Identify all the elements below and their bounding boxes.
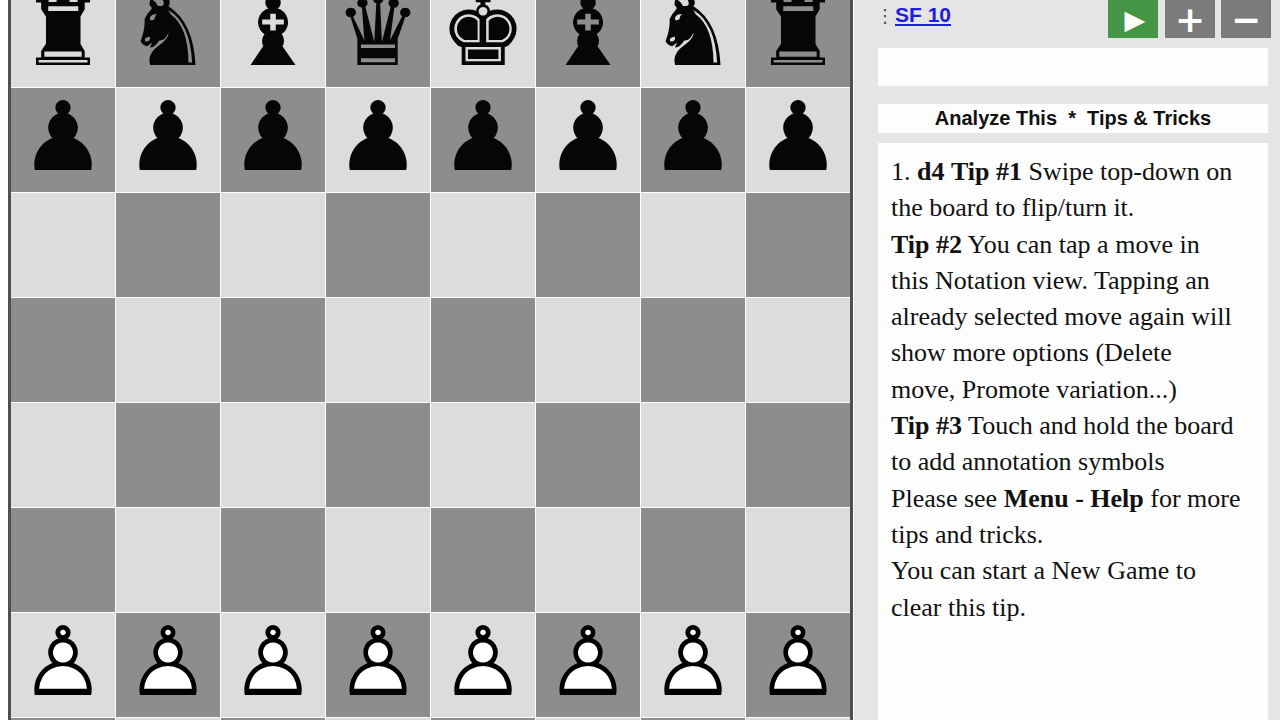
square-g5[interactable] <box>641 298 745 402</box>
piece-white-pawn-g2[interactable]: ♟♙ <box>641 613 745 717</box>
notation-line: to add annotation symbols <box>891 444 1255 480</box>
piece-black-rook-h8[interactable]: ♜ <box>746 0 850 87</box>
square-f2[interactable]: ♟♙ <box>536 613 640 717</box>
piece-black-pawn-g7[interactable]: ♟ <box>641 88 745 192</box>
move-1-d4[interactable]: d4 <box>917 157 944 186</box>
square-d6[interactable] <box>326 193 430 297</box>
square-c5[interactable] <box>221 298 325 402</box>
piece-glyph: ♟ <box>11 89 115 185</box>
notation-text: show more options (Delete <box>891 338 1172 367</box>
square-f8[interactable]: ♝ <box>536 0 640 87</box>
square-e5[interactable] <box>431 298 535 402</box>
notation-text: Touch and hold the board <box>962 411 1233 440</box>
piece-black-king-e8[interactable]: ♚ <box>431 0 535 87</box>
notation-line: show more options (Delete <box>891 335 1255 371</box>
notation-text: to add annotation symbols <box>891 447 1165 476</box>
piece-outline-glyph: ♙ <box>536 614 640 710</box>
square-a7[interactable]: ♟ <box>11 88 115 192</box>
piece-white-pawn-e2[interactable]: ♟♙ <box>431 613 535 717</box>
piece-outline-glyph: ♙ <box>746 614 850 710</box>
square-b4[interactable] <box>116 403 220 507</box>
piece-black-pawn-f7[interactable]: ♟ <box>536 88 640 192</box>
piece-white-pawn-c2[interactable]: ♟♙ <box>221 613 325 717</box>
square-e6[interactable] <box>431 193 535 297</box>
piece-outline-glyph: ♙ <box>431 614 535 710</box>
square-g7[interactable]: ♟ <box>641 88 745 192</box>
kebab-menu-icon[interactable]: ⋮ <box>876 5 894 27</box>
piece-black-bishop-f8[interactable]: ♝ <box>536 0 640 87</box>
piece-black-pawn-e7[interactable]: ♟ <box>431 88 535 192</box>
notation-line: tips and tricks. <box>891 517 1255 553</box>
square-d2[interactable]: ♟♙ <box>326 613 430 717</box>
piece-glyph: ♞ <box>116 0 220 80</box>
play-icon: ▶ <box>1125 4 1146 35</box>
chess-board[interactable]: ♜♞♝♛♚♝♞♜♟♟♟♟♟♟♟♟♟♙♟♙♟♙♟♙♟♙♟♙♟♙♟♙♜♖♞♘♝♗♛♕… <box>8 0 853 720</box>
square-h3[interactable] <box>746 508 850 612</box>
square-c8[interactable]: ♝ <box>221 0 325 87</box>
notation-text: 1. <box>891 157 917 186</box>
piece-white-pawn-f2[interactable]: ♟♙ <box>536 613 640 717</box>
square-c4[interactable] <box>221 403 325 507</box>
piece-outline-glyph: ♙ <box>641 614 745 710</box>
piece-glyph: ♟ <box>431 89 535 185</box>
minus-icon: − <box>1231 0 1261 40</box>
square-d7[interactable]: ♟ <box>326 88 430 192</box>
square-h7[interactable]: ♟ <box>746 88 850 192</box>
notation-text: Tip #2 <box>891 230 962 259</box>
piece-glyph: ♛ <box>326 0 430 80</box>
square-f3[interactable] <box>536 508 640 612</box>
square-e3[interactable] <box>431 508 535 612</box>
piece-white-pawn-b2[interactable]: ♟♙ <box>116 613 220 717</box>
notation-line: You can start a New Game to <box>891 553 1255 589</box>
square-a6[interactable] <box>11 193 115 297</box>
square-g8[interactable]: ♞ <box>641 0 745 87</box>
square-b8[interactable]: ♞ <box>116 0 220 87</box>
piece-glyph: ♚ <box>431 0 535 80</box>
square-g2[interactable]: ♟♙ <box>641 613 745 717</box>
square-e8[interactable]: ♚ <box>431 0 535 87</box>
notation-view[interactable]: 1. d4 Tip #1 Swipe top-down onthe board … <box>878 143 1268 720</box>
notation-text: this Notation view. Tapping an <box>891 266 1210 295</box>
piece-glyph: ♟ <box>326 89 430 185</box>
square-a8[interactable]: ♜ <box>11 0 115 87</box>
notation-text: for more <box>1144 484 1241 513</box>
piece-glyph: ♜ <box>746 0 850 80</box>
notation-text: Tip #1 <box>951 157 1022 186</box>
piece-white-pawn-a2[interactable]: ♟♙ <box>11 613 115 717</box>
piece-glyph: ♟ <box>746 89 850 185</box>
square-b2[interactable]: ♟♙ <box>116 613 220 717</box>
square-b3[interactable] <box>116 508 220 612</box>
notation-text: Menu - Help <box>1004 484 1144 513</box>
piece-outline-glyph: ♙ <box>221 614 325 710</box>
square-a3[interactable] <box>11 508 115 612</box>
square-f7[interactable]: ♟ <box>536 88 640 192</box>
notation-text: You can start a New Game to <box>891 556 1196 585</box>
square-b7[interactable]: ♟ <box>116 88 220 192</box>
piece-black-queen-d8[interactable]: ♛ <box>326 0 430 87</box>
square-b6[interactable] <box>116 193 220 297</box>
piece-glyph: ♟ <box>221 89 325 185</box>
notation-text: Please see <box>891 484 1004 513</box>
notation-line: 1. d4 Tip #1 Swipe top-down on <box>891 154 1255 190</box>
square-h8[interactable]: ♜ <box>746 0 850 87</box>
square-d8[interactable]: ♛ <box>326 0 430 87</box>
square-g4[interactable] <box>641 403 745 507</box>
square-c2[interactable]: ♟♙ <box>221 613 325 717</box>
notation-line: this Notation view. Tapping an <box>891 263 1255 299</box>
square-a4[interactable] <box>11 403 115 507</box>
panel-title: Analyze This * Tips & Tricks <box>878 104 1268 133</box>
notation-line: Tip #3 Touch and hold the board <box>891 408 1255 444</box>
increase-button[interactable]: + <box>1165 0 1215 38</box>
piece-glyph: ♝ <box>536 0 640 80</box>
notation-text: already selected move again will <box>891 302 1232 331</box>
square-e2[interactable]: ♟♙ <box>431 613 535 717</box>
square-e7[interactable]: ♟ <box>431 88 535 192</box>
square-h2[interactable]: ♟♙ <box>746 613 850 717</box>
piece-glyph: ♝ <box>221 0 325 80</box>
notation-text: You can tap a move in <box>962 230 1200 259</box>
square-h5[interactable] <box>746 298 850 402</box>
square-h4[interactable] <box>746 403 850 507</box>
square-d3[interactable] <box>326 508 430 612</box>
piece-white-pawn-h2[interactable]: ♟♙ <box>746 613 850 717</box>
piece-black-knight-g8[interactable]: ♞ <box>641 0 745 87</box>
piece-black-pawn-a7[interactable]: ♟ <box>11 88 115 192</box>
square-f5[interactable] <box>536 298 640 402</box>
piece-outline-glyph: ♙ <box>116 614 220 710</box>
piece-black-pawn-b7[interactable]: ♟ <box>116 88 220 192</box>
square-a5[interactable] <box>11 298 115 402</box>
piece-black-rook-a8[interactable]: ♜ <box>11 0 115 87</box>
square-d4[interactable] <box>326 403 430 507</box>
square-e4[interactable] <box>431 403 535 507</box>
square-g6[interactable] <box>641 193 745 297</box>
decrease-button[interactable]: − <box>1221 0 1271 38</box>
engine-output-box <box>878 48 1268 86</box>
play-engine-button[interactable]: ▶ <box>1108 0 1158 38</box>
square-h6[interactable] <box>746 193 850 297</box>
piece-glyph: ♟ <box>116 89 220 185</box>
piece-glyph: ♜ <box>11 0 115 80</box>
piece-black-pawn-h7[interactable]: ♟ <box>746 88 850 192</box>
piece-outline-glyph: ♙ <box>11 614 115 710</box>
square-d5[interactable] <box>326 298 430 402</box>
square-g3[interactable] <box>641 508 745 612</box>
square-f4[interactable] <box>536 403 640 507</box>
piece-glyph: ♞ <box>641 0 745 80</box>
piece-black-pawn-d7[interactable]: ♟ <box>326 88 430 192</box>
notation-text: Tip #3 <box>891 411 962 440</box>
notation-text: move, Promote variation...) <box>891 375 1177 404</box>
side-panel: ⋮ SF 10 ▶ + − Analyze This * Tips & Tric… <box>854 0 1280 720</box>
notation-line: move, Promote variation...) <box>891 372 1255 408</box>
piece-black-bishop-c8[interactable]: ♝ <box>221 0 325 87</box>
notation-line: already selected move again will <box>891 299 1255 335</box>
square-f6[interactable] <box>536 193 640 297</box>
notation-line: Tip #2 You can tap a move in <box>891 227 1255 263</box>
square-c3[interactable] <box>221 508 325 612</box>
plus-icon: + <box>1175 0 1205 40</box>
notation-text: the board to flip/turn it. <box>891 193 1134 222</box>
notation-text: tips and tricks. <box>891 520 1043 549</box>
square-a2[interactable]: ♟♙ <box>11 613 115 717</box>
square-b5[interactable] <box>116 298 220 402</box>
notation-line: the board to flip/turn it. <box>891 190 1255 226</box>
notation-line: Please see Menu - Help for more <box>891 481 1255 517</box>
piece-white-pawn-d2[interactable]: ♟♙ <box>326 613 430 717</box>
notation-line: clear this tip. <box>891 590 1255 626</box>
square-c6[interactable] <box>221 193 325 297</box>
notation-text: clear this tip. <box>891 593 1026 622</box>
piece-black-knight-b8[interactable]: ♞ <box>116 0 220 87</box>
piece-outline-glyph: ♙ <box>326 614 430 710</box>
notation-text: Swipe top-down on <box>1022 157 1232 186</box>
piece-glyph: ♟ <box>536 89 640 185</box>
piece-black-pawn-c7[interactable]: ♟ <box>221 88 325 192</box>
square-c7[interactable]: ♟ <box>221 88 325 192</box>
piece-glyph: ♟ <box>641 89 745 185</box>
engine-link[interactable]: SF 10 <box>895 3 951 27</box>
